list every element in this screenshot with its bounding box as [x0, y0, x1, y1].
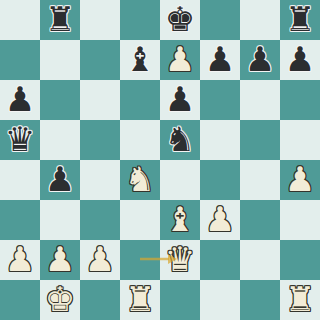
black-pawn-g7[interactable]: ♟ [245, 39, 275, 79]
square-d2[interactable] [120, 240, 160, 280]
square-h8[interactable]: ♜ [280, 0, 320, 40]
square-e2[interactable]: ♛ [160, 240, 200, 280]
square-b5[interactable] [40, 120, 80, 160]
square-b6[interactable] [40, 80, 80, 120]
square-a3[interactable] [0, 200, 40, 240]
square-c4[interactable] [80, 160, 120, 200]
square-f4[interactable] [200, 160, 240, 200]
square-a5[interactable]: ♛ [0, 120, 40, 160]
white-pawn-f3[interactable]: ♟ [205, 199, 235, 239]
square-f2[interactable] [200, 240, 240, 280]
black-pawn-a6[interactable]: ♟ [5, 79, 35, 119]
black-king-e8[interactable]: ♚ [165, 0, 195, 39]
square-d7[interactable]: ♝ [120, 40, 160, 80]
square-e3[interactable]: ♝ [160, 200, 200, 240]
black-pawn-b4[interactable]: ♟ [45, 159, 75, 199]
square-e1[interactable] [160, 280, 200, 320]
black-knight-e5[interactable]: ♞ [165, 119, 195, 159]
square-f7[interactable]: ♟ [200, 40, 240, 80]
square-c7[interactable] [80, 40, 120, 80]
black-pawn-h7[interactable]: ♟ [285, 39, 315, 79]
square-h1[interactable]: ♜ [280, 280, 320, 320]
white-rook-h1[interactable]: ♜ [285, 279, 315, 319]
white-bishop-e3[interactable]: ♝ [165, 199, 195, 239]
square-e5[interactable]: ♞ [160, 120, 200, 160]
square-f6[interactable] [200, 80, 240, 120]
square-h4[interactable]: ♟ [280, 160, 320, 200]
square-e6[interactable]: ♟ [160, 80, 200, 120]
square-h3[interactable] [280, 200, 320, 240]
square-f8[interactable] [200, 0, 240, 40]
square-g1[interactable] [240, 280, 280, 320]
black-rook-b8[interactable]: ♜ [45, 0, 75, 39]
square-a8[interactable] [0, 0, 40, 40]
square-d6[interactable] [120, 80, 160, 120]
square-e4[interactable] [160, 160, 200, 200]
square-b8[interactable]: ♜ [40, 0, 80, 40]
square-c6[interactable] [80, 80, 120, 120]
square-h7[interactable]: ♟ [280, 40, 320, 80]
square-f1[interactable] [200, 280, 240, 320]
square-b4[interactable]: ♟ [40, 160, 80, 200]
square-g8[interactable] [240, 0, 280, 40]
black-bishop-d7[interactable]: ♝ [125, 39, 155, 79]
square-h6[interactable] [280, 80, 320, 120]
square-g6[interactable] [240, 80, 280, 120]
square-d8[interactable] [120, 0, 160, 40]
square-g3[interactable] [240, 200, 280, 240]
white-pawn-e7[interactable]: ♟ [165, 39, 195, 79]
square-a6[interactable]: ♟ [0, 80, 40, 120]
square-c8[interactable] [80, 0, 120, 40]
white-queen-e2[interactable]: ♛ [165, 239, 195, 279]
black-queen-a5[interactable]: ♛ [5, 119, 35, 159]
square-h2[interactable] [280, 240, 320, 280]
square-d5[interactable] [120, 120, 160, 160]
square-c5[interactable] [80, 120, 120, 160]
square-b3[interactable] [40, 200, 80, 240]
square-g7[interactable]: ♟ [240, 40, 280, 80]
square-c1[interactable] [80, 280, 120, 320]
white-king-b1[interactable]: ♚ [45, 279, 75, 319]
square-b1[interactable]: ♚ [40, 280, 80, 320]
chess-board: ♜♚♜♝♟♟♟♟♟♟♛♞♟♞♟♝♟♟♟♟♛♚♜♜ [0, 0, 320, 320]
square-d4[interactable]: ♞ [120, 160, 160, 200]
square-a7[interactable] [0, 40, 40, 80]
square-f5[interactable] [200, 120, 240, 160]
square-e7[interactable]: ♟ [160, 40, 200, 80]
square-c3[interactable] [80, 200, 120, 240]
square-a4[interactable] [0, 160, 40, 200]
square-g5[interactable] [240, 120, 280, 160]
square-f3[interactable]: ♟ [200, 200, 240, 240]
black-pawn-e6[interactable]: ♟ [165, 79, 195, 119]
square-c2[interactable]: ♟ [80, 240, 120, 280]
square-g2[interactable] [240, 240, 280, 280]
white-pawn-c2[interactable]: ♟ [85, 239, 115, 279]
black-pawn-f7[interactable]: ♟ [205, 39, 235, 79]
square-h5[interactable] [280, 120, 320, 160]
white-pawn-h4[interactable]: ♟ [285, 159, 315, 199]
black-rook-h8[interactable]: ♜ [285, 0, 315, 39]
square-g4[interactable] [240, 160, 280, 200]
chess-board-wrapper: ♜♚♜♝♟♟♟♟♟♟♛♞♟♞♟♝♟♟♟♟♛♚♜♜ [0, 0, 320, 320]
white-rook-d1[interactable]: ♜ [125, 279, 155, 319]
square-a2[interactable]: ♟ [0, 240, 40, 280]
square-d3[interactable] [120, 200, 160, 240]
square-a1[interactable] [0, 280, 40, 320]
square-e8[interactable]: ♚ [160, 0, 200, 40]
white-knight-d4[interactable]: ♞ [125, 159, 155, 199]
square-b2[interactable]: ♟ [40, 240, 80, 280]
white-pawn-a2[interactable]: ♟ [5, 239, 35, 279]
square-b7[interactable] [40, 40, 80, 80]
white-pawn-b2[interactable]: ♟ [45, 239, 75, 279]
square-d1[interactable]: ♜ [120, 280, 160, 320]
